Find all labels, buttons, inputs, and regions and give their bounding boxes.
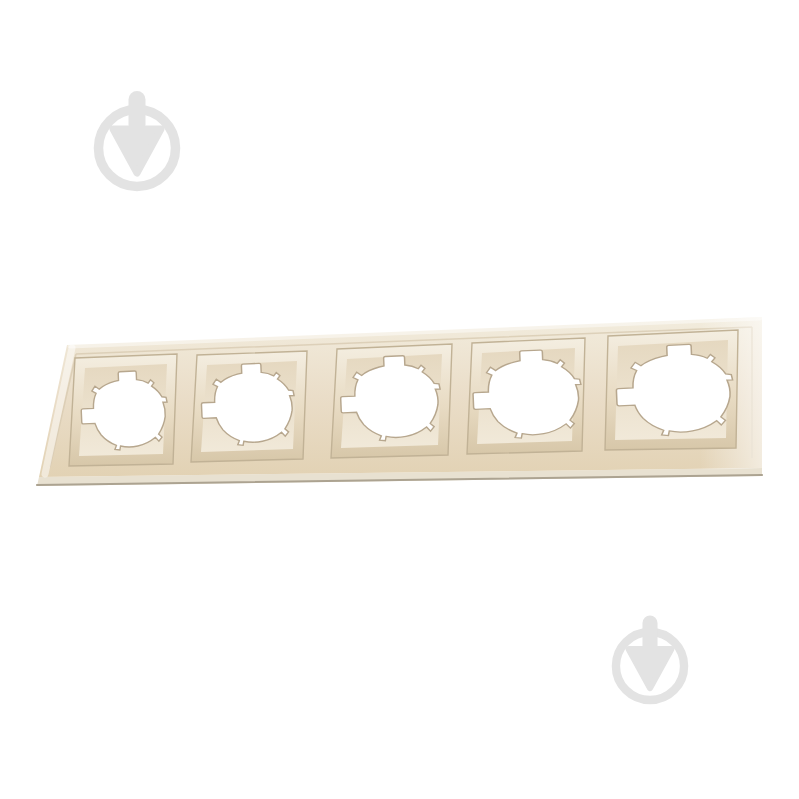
product-photo [0,0,799,799]
gang-5 [605,330,738,450]
gang-3 [331,344,452,458]
gang-2 [191,351,307,462]
gang-4 [467,338,585,454]
frame [37,317,762,486]
gang-1 [69,354,177,466]
product-photo-canvas [0,0,799,799]
